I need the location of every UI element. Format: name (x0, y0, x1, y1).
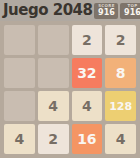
header: Juego 2048 SCORE 916 TOP 916 (0, 0, 140, 21)
empty-cell (4, 91, 35, 121)
tile-4: 4 (4, 124, 35, 154)
score-box: SCORE 916 (94, 3, 118, 19)
page-title: Juego 2048 (3, 0, 92, 21)
tile-2: 2 (38, 124, 69, 154)
tile-8: 8 (105, 58, 136, 88)
tile-128: 128 (105, 91, 136, 121)
board[interactable]: 223284412842164 (0, 21, 140, 158)
empty-cell (38, 58, 69, 88)
tile-2: 2 (105, 25, 136, 55)
tile-32: 32 (72, 58, 103, 88)
empty-cell (4, 58, 35, 88)
tile-2: 2 (72, 25, 103, 55)
tile-4: 4 (38, 91, 69, 121)
tile-4: 4 (72, 91, 103, 121)
tile-4: 4 (105, 124, 136, 154)
tile-16: 16 (72, 124, 103, 154)
score-value: 916 (98, 8, 115, 17)
best-score-box: TOP 916 (120, 3, 140, 19)
empty-cell (38, 25, 69, 55)
best-score-value: 916 (124, 8, 140, 17)
empty-cell (4, 25, 35, 55)
